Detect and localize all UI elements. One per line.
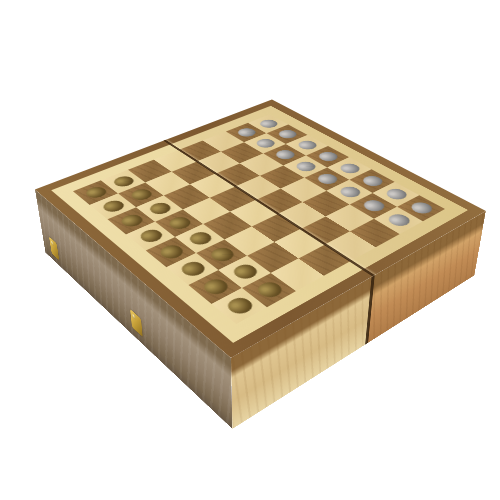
pawn-glyph: ♟ bbox=[371, 188, 427, 223]
chess-board: ♜♟♟♜♞♟♟♞♝♟♟♝♛♟♟♛♚♟♟♚♝♟♟♝♞♟♟♞♜♟♟♜ bbox=[35, 100, 486, 358]
chess-box: ♜♟♟♜♞♟♟♞♝♟♟♝♛♟♟♛♚♟♟♚♝♟♟♝♞♟♟♞♜♟♟♜ bbox=[35, 100, 486, 358]
rook-glyph: ♜ bbox=[208, 262, 272, 310]
clasp-pin-icon bbox=[51, 240, 54, 246]
clasp-pin-icon bbox=[132, 313, 135, 320]
chess-set-photo: ♜♟♟♜♞♟♟♞♝♟♟♝♛♟♟♛♚♟♟♚♝♟♟♝♞♟♟♞♜♟♟♜ bbox=[0, 0, 500, 500]
brass-clasp-icon[interactable] bbox=[130, 309, 143, 337]
brass-clasp-icon[interactable] bbox=[49, 236, 59, 260]
